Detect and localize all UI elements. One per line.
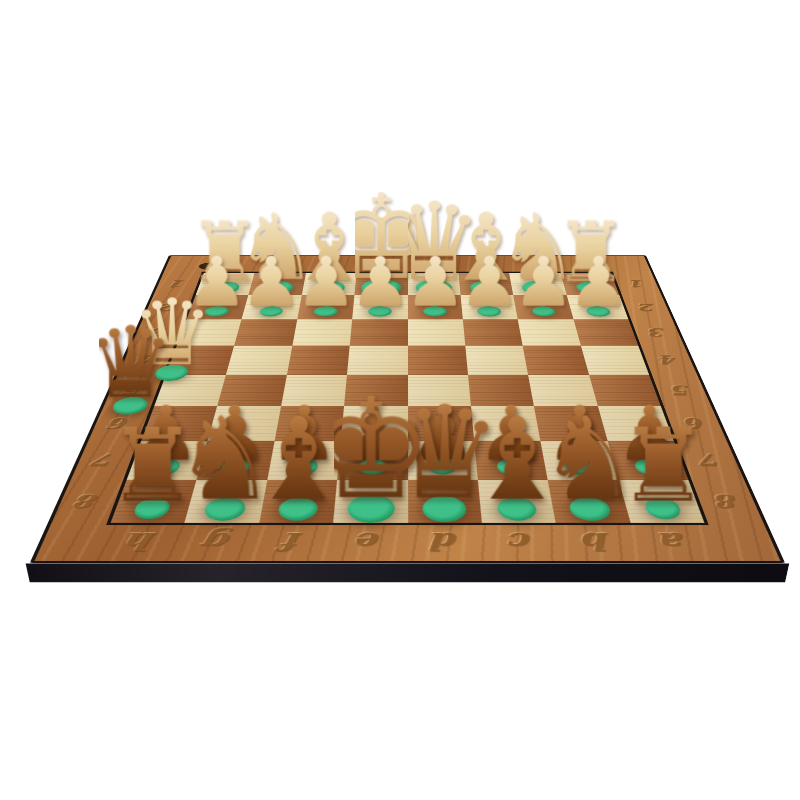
pawn-glyph: ♟	[295, 248, 356, 317]
square-f3[interactable]	[292, 319, 352, 345]
pawn-glyph: ♟	[567, 248, 628, 317]
chess-board: 11h22g33f44e55d66c77b88a♜♞♝♚♛♝♞♜♟♟♟♟♟♟♟♟…	[30, 255, 786, 563]
rank-label-right-3: 3	[636, 325, 679, 339]
square-b4[interactable]	[523, 346, 589, 375]
square-a4[interactable]	[581, 346, 649, 375]
rank-label-right-4: 4	[646, 352, 691, 367]
pawn-glyph: ♟	[458, 248, 519, 317]
rook-glyph: ♜	[617, 414, 708, 515]
pawn-glyph: ♟	[513, 248, 574, 317]
chess-board-scene: 11h22g33f44e55d66c77b88a♜♞♝♚♛♝♞♜♟♟♟♟♟♟♟♟…	[115, 82, 700, 667]
pawn-glyph: ♟	[404, 248, 465, 317]
square-g4[interactable]	[226, 346, 292, 375]
board-edge	[26, 563, 790, 582]
square-g3[interactable]	[234, 319, 297, 345]
square-e3[interactable]	[350, 319, 408, 345]
square-c4[interactable]	[465, 346, 528, 375]
rank-label-right-2: 2	[627, 301, 668, 314]
pawn-glyph: ♟	[241, 248, 302, 317]
pawn-glyph: ♟	[350, 248, 411, 317]
square-a3[interactable]	[573, 319, 638, 345]
king-glyph: ♚	[309, 379, 433, 518]
square-d3[interactable]	[408, 319, 466, 345]
square-c3[interactable]	[463, 319, 523, 345]
rook-glyph: ♜	[107, 414, 198, 515]
square-b3[interactable]	[518, 319, 581, 345]
